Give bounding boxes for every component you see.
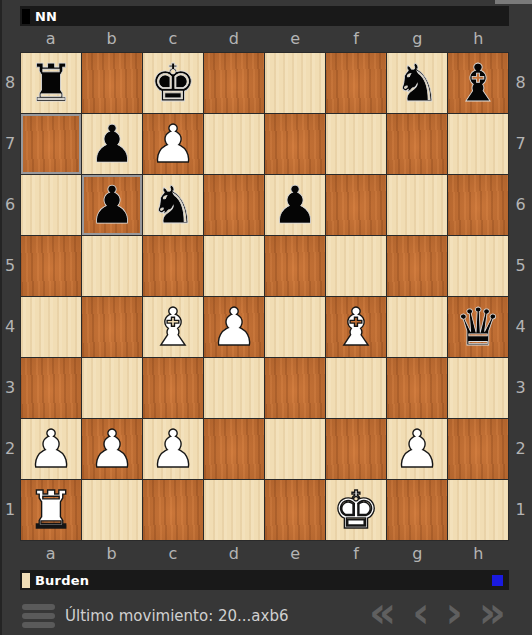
square-b3[interactable]	[82, 358, 142, 418]
rank-label-1: 1	[509, 479, 532, 540]
file-label-c: c	[142, 26, 203, 52]
bottom-player-name: Burden	[35, 573, 89, 588]
piece-black-knight[interactable]: ♞	[143, 175, 203, 235]
square-d3[interactable]	[204, 358, 264, 418]
piece-black-pawn[interactable]: ♟	[82, 114, 142, 174]
white-player-color-indicator	[22, 573, 30, 588]
square-h2[interactable]	[448, 419, 508, 479]
square-f4[interactable]: ♝	[326, 297, 386, 357]
square-e1[interactable]	[265, 480, 325, 540]
square-b4[interactable]	[82, 297, 142, 357]
next-move-button[interactable]: ›	[446, 595, 463, 631]
file-label-h: h	[448, 26, 509, 52]
square-g3[interactable]	[387, 358, 447, 418]
rank-label-6: 6	[0, 174, 20, 235]
move-navigation: « ‹ › »	[369, 598, 506, 634]
square-b2[interactable]: ♟	[82, 419, 142, 479]
square-h7[interactable]	[448, 114, 508, 174]
square-e3[interactable]	[265, 358, 325, 418]
square-b5[interactable]	[82, 236, 142, 296]
square-h1[interactable]	[448, 480, 508, 540]
bottom-toolbar: Último movimiento: 20...axb6 « ‹ › »	[0, 596, 532, 635]
file-label-b: b	[81, 26, 142, 52]
square-c8[interactable]: ♚	[143, 53, 203, 113]
square-b7[interactable]: ♟	[82, 114, 142, 174]
square-h5[interactable]	[448, 236, 508, 296]
square-c2[interactable]: ♟	[143, 419, 203, 479]
rank-label-3: 3	[509, 357, 532, 418]
file-label-f: f	[326, 541, 387, 566]
square-c1[interactable]	[143, 480, 203, 540]
rank-label-5: 5	[509, 235, 532, 296]
last-move-text: Último movimiento: 20...axb6	[65, 607, 289, 625]
file-label-d: d	[203, 26, 264, 52]
piece-white-pawn[interactable]: ♟	[387, 419, 447, 479]
piece-black-pawn[interactable]: ♟	[82, 175, 142, 235]
square-d5[interactable]	[204, 236, 264, 296]
square-f3[interactable]	[326, 358, 386, 418]
piece-black-king[interactable]: ♚	[143, 53, 203, 113]
file-label-f: f	[326, 26, 387, 52]
square-f5[interactable]	[326, 236, 386, 296]
square-c3[interactable]	[143, 358, 203, 418]
piece-white-pawn[interactable]: ♟	[21, 419, 81, 479]
square-a1[interactable]: ♜	[21, 480, 81, 540]
square-h3[interactable]	[448, 358, 508, 418]
rank-label-3: 3	[0, 357, 20, 418]
connection-indicator	[492, 575, 503, 586]
square-c6[interactable]: ♞	[143, 175, 203, 235]
square-c5[interactable]	[143, 236, 203, 296]
square-f7[interactable]	[326, 114, 386, 174]
board[interactable]: ♜♚♞♝♟♟♟♞♟♝♟♝♛♟♟♟♟♜♚	[20, 52, 509, 541]
square-a6[interactable]	[21, 175, 81, 235]
piece-white-bishop[interactable]: ♝	[143, 297, 203, 357]
square-a5[interactable]	[21, 236, 81, 296]
square-d6[interactable]	[204, 175, 264, 235]
top-player-name: NN	[35, 9, 57, 24]
square-b1[interactable]	[82, 480, 142, 540]
file-label-d: d	[203, 541, 264, 566]
piece-white-king[interactable]: ♚	[326, 480, 386, 540]
piece-white-pawn[interactable]: ♟	[143, 419, 203, 479]
file-label-a: a	[20, 26, 81, 52]
rank-label-2: 2	[0, 418, 20, 479]
rank-label-8: 8	[509, 52, 532, 113]
rank-label-5: 5	[0, 235, 20, 296]
square-a7[interactable]	[21, 114, 81, 174]
square-g5[interactable]	[387, 236, 447, 296]
square-a4[interactable]	[21, 297, 81, 357]
piece-black-bishop[interactable]: ♝	[448, 53, 508, 113]
scrollbar-fragment	[495, 0, 532, 4]
square-f1[interactable]: ♚	[326, 480, 386, 540]
square-d8[interactable]	[204, 53, 264, 113]
square-e6[interactable]: ♟	[265, 175, 325, 235]
square-d2[interactable]	[204, 419, 264, 479]
piece-white-bishop[interactable]: ♝	[326, 297, 386, 357]
rank-label-1: 1	[0, 479, 20, 540]
square-a2[interactable]: ♟	[21, 419, 81, 479]
file-label-e: e	[265, 541, 326, 566]
piece-black-queen[interactable]: ♛	[448, 297, 508, 357]
file-labels-bottom: abcdefgh	[20, 541, 509, 566]
square-h6[interactable]	[448, 175, 508, 235]
rank-labels-right: 87654321	[509, 52, 532, 541]
file-label-a: a	[20, 541, 81, 566]
rank-label-7: 7	[509, 113, 532, 174]
square-g8[interactable]: ♞	[387, 53, 447, 113]
piece-white-rook[interactable]: ♜	[21, 480, 81, 540]
rank-label-4: 4	[0, 296, 20, 357]
square-d7[interactable]	[204, 114, 264, 174]
square-g6[interactable]	[387, 175, 447, 235]
square-c7[interactable]: ♟	[143, 114, 203, 174]
last-move-button[interactable]: »	[479, 595, 506, 631]
file-label-e: e	[265, 26, 326, 52]
first-move-button[interactable]: «	[369, 595, 396, 631]
square-c4[interactable]: ♝	[143, 297, 203, 357]
window-edge	[0, 0, 2, 635]
file-label-b: b	[81, 541, 142, 566]
square-g4[interactable]	[387, 297, 447, 357]
square-d1[interactable]	[204, 480, 264, 540]
black-player-color-indicator	[22, 9, 30, 24]
file-label-h: h	[448, 541, 509, 566]
piece-black-pawn[interactable]: ♟	[265, 175, 325, 235]
piece-white-pawn[interactable]: ♟	[143, 114, 203, 174]
player-bar-bottom: Burden	[20, 570, 509, 590]
square-g7[interactable]	[387, 114, 447, 174]
square-e4[interactable]	[265, 297, 325, 357]
square-f6[interactable]	[326, 175, 386, 235]
rank-label-8: 8	[0, 52, 20, 113]
square-b6[interactable]: ♟	[82, 175, 142, 235]
rank-label-6: 6	[509, 174, 532, 235]
square-b8[interactable]	[82, 53, 142, 113]
square-d4[interactable]: ♟	[204, 297, 264, 357]
menu-icon[interactable]	[22, 604, 55, 628]
square-e5[interactable]	[265, 236, 325, 296]
file-label-g: g	[387, 26, 448, 52]
square-e7[interactable]	[265, 114, 325, 174]
square-a8[interactable]: ♜	[21, 53, 81, 113]
square-e2[interactable]	[265, 419, 325, 479]
player-bar-top: NN	[20, 6, 509, 26]
square-g2[interactable]: ♟	[387, 419, 447, 479]
file-label-g: g	[387, 541, 448, 566]
file-label-c: c	[142, 541, 203, 566]
rank-labels-left: 87654321	[0, 52, 20, 541]
square-h8[interactable]: ♝	[448, 53, 508, 113]
previous-move-button[interactable]: ‹	[412, 595, 429, 631]
square-f8[interactable]	[326, 53, 386, 113]
square-e8[interactable]	[265, 53, 325, 113]
file-labels-top: abcdefgh	[20, 26, 509, 52]
square-g1[interactable]	[387, 480, 447, 540]
rank-label-4: 4	[509, 296, 532, 357]
rank-label-2: 2	[509, 418, 532, 479]
square-a3[interactable]	[21, 358, 81, 418]
piece-white-pawn[interactable]: ♟	[204, 297, 264, 357]
piece-white-pawn[interactable]: ♟	[82, 419, 142, 479]
square-h4[interactable]: ♛	[448, 297, 508, 357]
piece-black-rook[interactable]: ♜	[21, 53, 81, 113]
square-f2[interactable]	[326, 419, 386, 479]
piece-black-knight[interactable]: ♞	[387, 53, 447, 113]
rank-label-7: 7	[0, 113, 20, 174]
